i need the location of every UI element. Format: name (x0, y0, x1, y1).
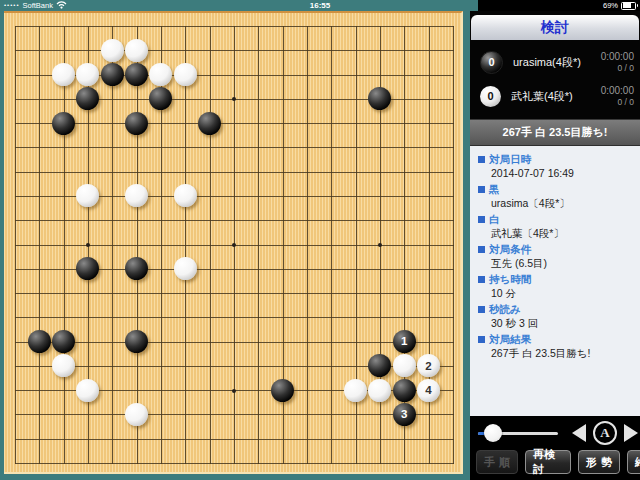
board-point[interactable] (3, 159, 27, 183)
board-point[interactable] (124, 208, 148, 232)
board-point[interactable] (100, 62, 124, 86)
board-point[interactable] (222, 378, 246, 402)
board-point[interactable] (51, 257, 75, 281)
board-point[interactable] (246, 14, 270, 38)
board-point[interactable] (173, 402, 197, 426)
board-point[interactable] (416, 184, 440, 208)
board-point[interactable] (197, 305, 221, 329)
board-point[interactable] (100, 257, 124, 281)
board-point[interactable] (392, 208, 416, 232)
board-point[interactable] (173, 281, 197, 305)
board-point[interactable] (124, 111, 148, 135)
board-point[interactable] (100, 87, 124, 111)
board-point[interactable] (441, 305, 465, 329)
board-point[interactable] (270, 184, 294, 208)
board-point[interactable] (246, 232, 270, 256)
board-point[interactable] (270, 111, 294, 135)
board-point[interactable] (392, 232, 416, 256)
board-point[interactable] (222, 135, 246, 159)
board-point[interactable] (343, 451, 367, 475)
board-point[interactable] (173, 87, 197, 111)
board-point[interactable] (246, 62, 270, 86)
board-point[interactable] (124, 451, 148, 475)
board-point[interactable] (319, 14, 343, 38)
board-point[interactable] (343, 62, 367, 86)
board-point[interactable] (76, 184, 100, 208)
board-point[interactable] (222, 451, 246, 475)
board-point[interactable] (368, 208, 392, 232)
board-point[interactable] (392, 378, 416, 402)
board-point[interactable] (149, 135, 173, 159)
board-point[interactable] (3, 208, 27, 232)
board-point[interactable] (100, 208, 124, 232)
board-point[interactable] (76, 159, 100, 183)
board-point[interactable] (222, 159, 246, 183)
board-point[interactable] (343, 305, 367, 329)
board-point[interactable] (392, 184, 416, 208)
board-point[interactable] (295, 38, 319, 62)
board-point[interactable] (149, 451, 173, 475)
board-point[interactable] (149, 62, 173, 86)
board-point[interactable] (441, 402, 465, 426)
board-point[interactable] (343, 87, 367, 111)
board-point[interactable] (76, 354, 100, 378)
board-point[interactable] (197, 38, 221, 62)
board-point[interactable] (149, 426, 173, 450)
board-point[interactable] (3, 111, 27, 135)
board-point[interactable] (76, 329, 100, 353)
board-point[interactable] (173, 38, 197, 62)
board-point[interactable] (392, 111, 416, 135)
board-point[interactable] (392, 62, 416, 86)
board-point[interactable] (124, 402, 148, 426)
board-point[interactable] (343, 354, 367, 378)
board-point[interactable] (173, 451, 197, 475)
board-point[interactable] (343, 135, 367, 159)
board-point[interactable] (197, 451, 221, 475)
board-point[interactable] (295, 184, 319, 208)
board-point[interactable] (173, 305, 197, 329)
board-point[interactable] (319, 426, 343, 450)
board-point[interactable] (27, 329, 51, 353)
board-point[interactable] (3, 184, 27, 208)
board-point[interactable] (270, 451, 294, 475)
board-point[interactable] (392, 305, 416, 329)
board-point[interactable] (368, 135, 392, 159)
board-point[interactable] (416, 426, 440, 450)
board-point[interactable] (246, 426, 270, 450)
board-point[interactable] (441, 257, 465, 281)
board-point[interactable] (416, 135, 440, 159)
panel-button-終了[interactable]: 終了 (627, 450, 640, 474)
board-point[interactable] (368, 281, 392, 305)
board-point[interactable] (319, 208, 343, 232)
board-point[interactable] (319, 257, 343, 281)
board-point[interactable] (149, 184, 173, 208)
board-point[interactable] (416, 232, 440, 256)
board-point[interactable] (295, 62, 319, 86)
board-point[interactable] (100, 159, 124, 183)
board-point[interactable] (124, 62, 148, 86)
board-point[interactable] (27, 281, 51, 305)
board-point[interactable] (270, 38, 294, 62)
board-point[interactable] (51, 87, 75, 111)
move-slider[interactable] (478, 432, 558, 435)
board-point[interactable] (173, 184, 197, 208)
board-point[interactable] (124, 87, 148, 111)
board-point[interactable] (51, 62, 75, 86)
board-point[interactable] (124, 354, 148, 378)
board-point[interactable] (173, 378, 197, 402)
board-point[interactable] (246, 281, 270, 305)
board-point[interactable] (368, 451, 392, 475)
board-point[interactable] (76, 14, 100, 38)
board-point[interactable] (100, 354, 124, 378)
board-point[interactable] (197, 62, 221, 86)
board-point[interactable] (222, 62, 246, 86)
board-point[interactable] (149, 232, 173, 256)
board-point[interactable] (343, 378, 367, 402)
board-point[interactable] (441, 87, 465, 111)
board-point[interactable] (100, 38, 124, 62)
board-point[interactable] (173, 426, 197, 450)
board-point[interactable] (27, 426, 51, 450)
board-point[interactable] (270, 426, 294, 450)
board-point[interactable] (124, 281, 148, 305)
board-point[interactable] (416, 111, 440, 135)
board-point[interactable] (173, 135, 197, 159)
board-point[interactable] (368, 329, 392, 353)
board-point[interactable] (270, 257, 294, 281)
board-point[interactable] (51, 426, 75, 450)
board-point[interactable] (3, 329, 27, 353)
board-point[interactable] (100, 135, 124, 159)
board-point[interactable] (246, 208, 270, 232)
board-point[interactable] (100, 451, 124, 475)
board-point[interactable] (76, 208, 100, 232)
board-point[interactable] (222, 329, 246, 353)
panel-button-形勢[interactable]: 形勢 (578, 450, 620, 474)
board-point[interactable] (51, 14, 75, 38)
board-point[interactable] (197, 354, 221, 378)
board-point[interactable] (246, 135, 270, 159)
board-point[interactable] (149, 208, 173, 232)
board-point[interactable] (76, 232, 100, 256)
board-point[interactable] (441, 14, 465, 38)
board-point[interactable]: 3 (392, 402, 416, 426)
board-point[interactable] (368, 38, 392, 62)
board-point[interactable] (149, 281, 173, 305)
board-point[interactable] (149, 329, 173, 353)
board-point[interactable] (319, 378, 343, 402)
board-point[interactable] (368, 14, 392, 38)
board-point[interactable] (124, 38, 148, 62)
board-point[interactable] (441, 378, 465, 402)
board-point[interactable] (76, 451, 100, 475)
board-point[interactable] (197, 159, 221, 183)
board-point[interactable] (343, 111, 367, 135)
board-point[interactable] (319, 451, 343, 475)
board-point[interactable] (222, 281, 246, 305)
board-point[interactable] (149, 14, 173, 38)
board-point[interactable] (27, 402, 51, 426)
board-point[interactable] (124, 329, 148, 353)
board-point[interactable] (319, 281, 343, 305)
board-point[interactable] (343, 281, 367, 305)
board-point[interactable] (416, 281, 440, 305)
previous-move-button[interactable] (572, 424, 586, 442)
board-point[interactable] (343, 402, 367, 426)
board-point[interactable] (149, 402, 173, 426)
board-point[interactable] (27, 354, 51, 378)
board-point[interactable] (197, 208, 221, 232)
panel-button-再検討[interactable]: 再検討 (525, 450, 571, 474)
board-point[interactable] (441, 354, 465, 378)
go-board[interactable]: 1243 (4, 11, 463, 474)
board-point[interactable] (197, 232, 221, 256)
board-point[interactable] (27, 87, 51, 111)
board-point[interactable] (3, 135, 27, 159)
board-point[interactable] (51, 305, 75, 329)
board-point[interactable] (27, 135, 51, 159)
board-point[interactable] (3, 426, 27, 450)
board-point[interactable] (3, 87, 27, 111)
board-point[interactable] (100, 184, 124, 208)
board-point[interactable] (319, 135, 343, 159)
board-point[interactable] (76, 426, 100, 450)
board-point[interactable] (246, 378, 270, 402)
board-point[interactable] (270, 62, 294, 86)
board-point[interactable] (3, 305, 27, 329)
board-point[interactable] (441, 135, 465, 159)
board-point[interactable]: 4 (416, 378, 440, 402)
board-point[interactable] (124, 184, 148, 208)
board-point[interactable] (124, 378, 148, 402)
board-point[interactable] (51, 378, 75, 402)
board-point[interactable] (27, 305, 51, 329)
board-point[interactable] (416, 329, 440, 353)
board-point[interactable]: 2 (416, 354, 440, 378)
board-point[interactable] (222, 354, 246, 378)
board-point[interactable] (295, 305, 319, 329)
board-point[interactable] (100, 378, 124, 402)
board-point[interactable] (124, 14, 148, 38)
board-point[interactable] (319, 305, 343, 329)
board-point[interactable] (319, 111, 343, 135)
board-point[interactable] (76, 135, 100, 159)
board-point[interactable] (368, 257, 392, 281)
board-point[interactable] (173, 208, 197, 232)
board-point[interactable] (222, 426, 246, 450)
board-point[interactable] (76, 62, 100, 86)
board-point[interactable] (76, 257, 100, 281)
board-point[interactable] (246, 402, 270, 426)
board-point[interactable] (3, 451, 27, 475)
board-point[interactable] (246, 257, 270, 281)
board-point[interactable] (100, 232, 124, 256)
board-point[interactable] (3, 354, 27, 378)
board-point[interactable] (51, 232, 75, 256)
board-point[interactable] (51, 354, 75, 378)
board-point[interactable] (246, 354, 270, 378)
board-point[interactable] (295, 426, 319, 450)
board-point[interactable] (124, 232, 148, 256)
board-point[interactable] (197, 14, 221, 38)
board-point[interactable] (270, 378, 294, 402)
board-point[interactable] (319, 232, 343, 256)
board-point[interactable] (295, 329, 319, 353)
board-point[interactable] (295, 208, 319, 232)
board-point[interactable] (295, 402, 319, 426)
board-point[interactable] (441, 451, 465, 475)
board-point[interactable] (319, 87, 343, 111)
board-point[interactable] (270, 159, 294, 183)
board-point[interactable] (441, 426, 465, 450)
board-point[interactable] (197, 378, 221, 402)
board-point[interactable] (51, 208, 75, 232)
board-point[interactable] (76, 305, 100, 329)
board-point[interactable] (27, 159, 51, 183)
board-point[interactable] (416, 14, 440, 38)
board-point[interactable] (246, 159, 270, 183)
board-point[interactable] (3, 257, 27, 281)
board-point[interactable] (222, 208, 246, 232)
board-point[interactable] (392, 354, 416, 378)
board-point[interactable] (51, 159, 75, 183)
board-point[interactable] (343, 257, 367, 281)
board-point[interactable] (441, 111, 465, 135)
board-point[interactable] (246, 87, 270, 111)
board-point[interactable] (270, 354, 294, 378)
board-point[interactable] (416, 305, 440, 329)
board-point[interactable] (270, 14, 294, 38)
board-point[interactable] (3, 378, 27, 402)
board-point[interactable] (51, 38, 75, 62)
board-point[interactable] (197, 111, 221, 135)
board-point[interactable] (222, 402, 246, 426)
board-point[interactable] (343, 14, 367, 38)
board-point[interactable] (100, 329, 124, 353)
board-point[interactable] (319, 329, 343, 353)
board-point[interactable] (295, 257, 319, 281)
board-point[interactable] (441, 62, 465, 86)
next-move-button[interactable] (624, 424, 638, 442)
board-point[interactable] (246, 184, 270, 208)
board-point[interactable] (392, 451, 416, 475)
board-point[interactable] (173, 354, 197, 378)
board-point[interactable] (149, 159, 173, 183)
board-point[interactable] (197, 257, 221, 281)
board-point[interactable] (76, 38, 100, 62)
board-point[interactable] (319, 184, 343, 208)
board-point[interactable] (416, 159, 440, 183)
board-point[interactable] (416, 451, 440, 475)
board-point[interactable] (27, 257, 51, 281)
board-point[interactable] (295, 135, 319, 159)
board-point[interactable] (246, 451, 270, 475)
board-point[interactable] (319, 62, 343, 86)
board-point[interactable] (51, 451, 75, 475)
board-point[interactable] (51, 184, 75, 208)
board-point[interactable] (368, 62, 392, 86)
move-slider-thumb[interactable] (484, 424, 502, 442)
board-point[interactable] (295, 232, 319, 256)
board-point[interactable] (392, 135, 416, 159)
board-point[interactable] (100, 111, 124, 135)
board-point[interactable] (76, 378, 100, 402)
board-point[interactable] (173, 14, 197, 38)
board-point[interactable] (392, 38, 416, 62)
board-point[interactable] (270, 281, 294, 305)
board-point[interactable] (368, 426, 392, 450)
board-point[interactable] (197, 426, 221, 450)
board-point[interactable] (173, 62, 197, 86)
board-point[interactable] (149, 305, 173, 329)
board-point[interactable] (392, 14, 416, 38)
board-point[interactable] (100, 281, 124, 305)
board-point[interactable] (197, 184, 221, 208)
auto-play-button[interactable]: A (593, 421, 617, 445)
board-point[interactable] (343, 208, 367, 232)
board-point[interactable] (27, 378, 51, 402)
board-point[interactable] (3, 402, 27, 426)
board-point[interactable] (27, 451, 51, 475)
board-point[interactable] (270, 135, 294, 159)
board-point[interactable] (270, 208, 294, 232)
board-point[interactable] (441, 208, 465, 232)
board-point[interactable] (270, 305, 294, 329)
board-point[interactable] (441, 329, 465, 353)
board-point[interactable] (295, 111, 319, 135)
board-grid[interactable]: 1243 (3, 14, 465, 475)
board-point[interactable] (3, 38, 27, 62)
board-point[interactable] (343, 329, 367, 353)
board-point[interactable] (295, 159, 319, 183)
board-point[interactable] (173, 111, 197, 135)
board-point[interactable] (3, 62, 27, 86)
board-point[interactable]: 1 (392, 329, 416, 353)
board-point[interactable] (149, 87, 173, 111)
board-point[interactable] (76, 111, 100, 135)
board-point[interactable] (246, 329, 270, 353)
board-point[interactable] (3, 232, 27, 256)
board-point[interactable] (368, 232, 392, 256)
board-point[interactable] (343, 184, 367, 208)
board-point[interactable] (124, 135, 148, 159)
board-point[interactable] (368, 159, 392, 183)
board-point[interactable] (416, 257, 440, 281)
board-point[interactable] (197, 402, 221, 426)
board-point[interactable] (246, 38, 270, 62)
board-point[interactable] (441, 281, 465, 305)
board-point[interactable] (368, 184, 392, 208)
board-point[interactable] (124, 426, 148, 450)
board-point[interactable] (27, 184, 51, 208)
board-point[interactable] (76, 87, 100, 111)
board-point[interactable] (222, 184, 246, 208)
board-point[interactable] (270, 402, 294, 426)
board-point[interactable] (416, 208, 440, 232)
board-point[interactable] (392, 426, 416, 450)
board-point[interactable] (222, 87, 246, 111)
board-point[interactable] (222, 14, 246, 38)
board-point[interactable] (27, 208, 51, 232)
board-point[interactable] (27, 232, 51, 256)
board-point[interactable] (51, 402, 75, 426)
board-point[interactable] (295, 451, 319, 475)
board-point[interactable] (295, 14, 319, 38)
board-point[interactable] (222, 305, 246, 329)
